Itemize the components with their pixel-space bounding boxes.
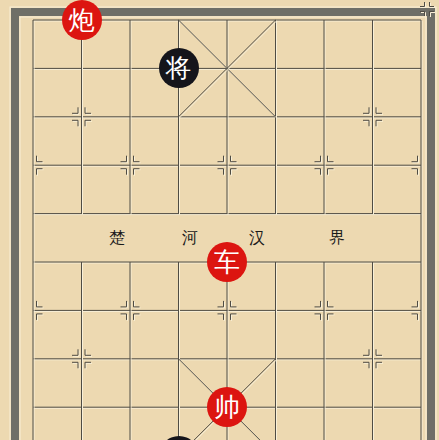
piece-glyph: 将 bbox=[166, 55, 192, 81]
board-border bbox=[15, 12, 431, 440]
piece-glyph: 车 bbox=[214, 249, 240, 275]
river-label-chu: 楚 bbox=[109, 228, 125, 249]
river-label-he: 河 bbox=[182, 228, 198, 249]
piece-black-general[interactable]: 将 bbox=[159, 48, 199, 88]
river-label-han: 汉 bbox=[249, 228, 265, 249]
piece-red-chariot[interactable]: 车 bbox=[207, 242, 247, 282]
piece-glyph: 炮 bbox=[69, 7, 95, 33]
river-label-jie: 界 bbox=[329, 228, 345, 249]
piece-glyph: 帅 bbox=[214, 394, 240, 420]
board-grid bbox=[0, 0, 439, 440]
xiangqi-board: 楚 河 汉 界 炮将车帅 bbox=[0, 0, 439, 440]
piece-red-general[interactable]: 帅 bbox=[207, 387, 247, 427]
piece-red-cannon[interactable]: 炮 bbox=[62, 0, 102, 40]
